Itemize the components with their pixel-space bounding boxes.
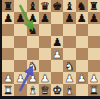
piece-black-pawn[interactable]: ♟ (64, 12, 74, 23)
piece-black-rook[interactable]: ♜ (3, 0, 13, 11)
square-f6[interactable] (63, 24, 75, 36)
piece-black-pawn[interactable]: ♟ (15, 12, 25, 23)
square-g6[interactable] (76, 24, 88, 36)
piece-black-queen[interactable]: ♛ (40, 0, 50, 11)
piece-white-bishop[interactable]: ♝ (64, 84, 74, 95)
square-h6[interactable] (88, 24, 100, 36)
piece-white-pawn[interactable]: ♟ (64, 72, 74, 83)
piece-black-pawn[interactable]: ♟ (77, 12, 87, 23)
square-d1[interactable]: ♛ (39, 84, 51, 96)
square-b2[interactable]: ♟ (14, 72, 26, 84)
piece-black-pawn[interactable]: ♟ (89, 12, 99, 23)
chess-app-background: ♜♝♛♚♝♞♜♟♟♟♟♟♟♟♞♟♟♞♞♟♟♟♟♟♟♟♜♝♛♚♝♜ (0, 0, 100, 99)
square-a4[interactable] (2, 48, 14, 60)
square-a6[interactable] (2, 24, 14, 36)
square-d4[interactable] (39, 48, 51, 60)
square-f1[interactable]: ♝ (63, 84, 75, 96)
square-b4[interactable] (14, 48, 26, 60)
piece-white-rook[interactable]: ♜ (89, 84, 99, 95)
square-h5[interactable] (88, 36, 100, 48)
piece-white-pawn[interactable]: ♟ (28, 72, 38, 83)
piece-white-pawn[interactable]: ♟ (15, 72, 25, 83)
square-f5[interactable] (63, 36, 75, 48)
piece-white-queen[interactable]: ♛ (40, 84, 50, 95)
square-e4[interactable]: ♟ (51, 48, 63, 60)
piece-black-bishop[interactable]: ♝ (64, 0, 74, 11)
square-e7[interactable] (51, 12, 63, 24)
piece-black-king[interactable]: ♚ (52, 0, 62, 11)
piece-white-pawn[interactable]: ♟ (77, 72, 87, 83)
square-c6[interactable]: ♞ (27, 24, 39, 36)
square-c1[interactable]: ♝ (27, 84, 39, 96)
square-h4[interactable] (88, 48, 100, 60)
square-g4[interactable] (76, 48, 88, 60)
piece-white-bishop[interactable]: ♝ (28, 84, 38, 95)
piece-white-king[interactable]: ♚ (52, 84, 62, 95)
piece-black-pawn[interactable]: ♟ (28, 12, 38, 23)
square-b5[interactable] (14, 36, 26, 48)
square-d5[interactable] (39, 36, 51, 48)
square-g2[interactable]: ♟ (76, 72, 88, 84)
square-d6[interactable] (39, 24, 51, 36)
square-b1[interactable] (14, 84, 26, 96)
square-a1[interactable]: ♜ (2, 84, 14, 96)
square-d7[interactable]: ♟ (39, 12, 51, 24)
square-c5[interactable] (27, 36, 39, 48)
square-h7[interactable]: ♟ (88, 12, 100, 24)
square-a5[interactable] (2, 36, 14, 48)
square-a7[interactable]: ♟ (2, 12, 14, 24)
piece-white-rook[interactable]: ♜ (3, 84, 13, 95)
square-b7[interactable]: ♟ (14, 12, 26, 24)
piece-black-bishop[interactable]: ♝ (28, 0, 38, 11)
square-g5[interactable] (76, 36, 88, 48)
piece-black-knight[interactable]: ♞ (77, 0, 87, 11)
square-e1[interactable]: ♚ (51, 84, 63, 96)
chess-board: ♜♝♛♚♝♞♜♟♟♟♟♟♟♟♞♟♟♞♞♟♟♟♟♟♟♟♜♝♛♚♝♜ (2, 0, 100, 96)
piece-white-pawn[interactable]: ♟ (52, 48, 62, 59)
piece-black-pawn[interactable]: ♟ (3, 12, 13, 23)
piece-white-pawn[interactable]: ♟ (89, 72, 99, 83)
piece-black-pawn[interactable]: ♟ (52, 36, 62, 47)
square-e8[interactable]: ♚ (51, 0, 63, 12)
piece-white-pawn[interactable]: ♟ (3, 72, 13, 83)
piece-white-knight[interactable]: ♞ (28, 60, 38, 71)
square-h1[interactable]: ♜ (88, 84, 100, 96)
piece-black-rook[interactable]: ♜ (89, 0, 99, 11)
piece-black-knight[interactable]: ♞ (28, 24, 38, 35)
piece-white-knight[interactable]: ♞ (64, 60, 74, 71)
square-g1[interactable] (76, 84, 88, 96)
square-g7[interactable]: ♟ (76, 12, 88, 24)
square-f7[interactable]: ♟ (63, 12, 75, 24)
piece-white-pawn[interactable]: ♟ (40, 72, 50, 83)
piece-black-pawn[interactable]: ♟ (40, 12, 50, 23)
square-b6[interactable] (14, 24, 26, 36)
square-e3[interactable] (51, 60, 63, 72)
